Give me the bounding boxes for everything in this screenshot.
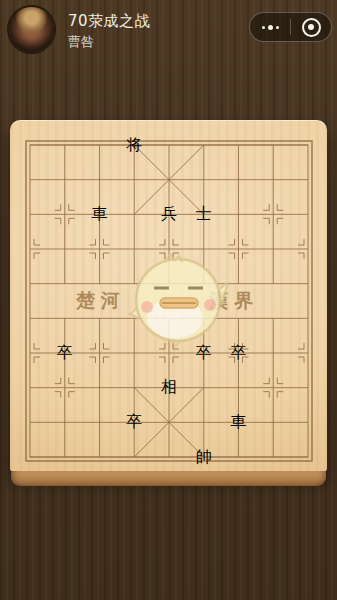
more-button[interactable] [250,13,290,41]
piece-glyph: 将 [126,135,142,156]
player-avatar [9,7,54,52]
top-bar: 70荥成之战 曹咎 [0,0,337,60]
more-icon [262,25,279,30]
piece-glyph: 卒 [126,412,142,433]
piece-glyph: 卒 [57,343,73,364]
piece-black-soldier[interactable]: 卒 [220,334,258,372]
piece-glyph: 卒 [196,343,212,364]
river-mascot-chick [128,252,228,347]
piece-glyph: 士 [196,204,212,225]
close-button[interactable] [291,13,331,41]
close-icon [302,18,321,37]
piece-black-general[interactable]: 将 [115,126,153,164]
board-bevel [11,471,326,486]
piece-black-soldier[interactable]: 卒 [185,334,223,372]
piece-glyph: 帥 [196,447,212,468]
piece-black-chariot[interactable]: 車 [220,403,258,441]
wechat-capsule [249,12,332,42]
piece-red-chariot[interactable]: 車 [81,195,119,233]
piece-black-advisor[interactable]: 士 [185,195,223,233]
stage-title: 70荥成之战 [68,12,150,31]
xiangqi-board[interactable]: 楚河 漢界 将車兵士卒卒卒相卒車帥 [10,120,327,486]
piece-glyph: 車 [92,204,108,225]
player-name: 曹咎 [68,33,94,51]
piece-glyph: 兵 [161,204,177,225]
piece-red-general[interactable]: 帥 [185,438,223,476]
piece-black-soldier[interactable]: 卒 [46,334,84,372]
piece-glyph: 車 [231,412,247,433]
piece-glyph: 卒 [231,343,247,364]
piece-red-elephant[interactable]: 相 [150,369,188,407]
piece-glyph: 相 [161,377,177,398]
